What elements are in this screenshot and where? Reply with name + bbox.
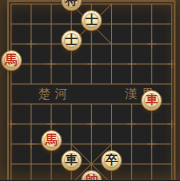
piece-black-advisor-1[interactable]: 士 [81, 10, 102, 31]
piece-red-horse-1[interactable]: 馬 [1, 50, 22, 71]
piece-label-red-horse-2: 馬 [45, 133, 58, 146]
piece-label-red-horse-1: 馬 [5, 53, 18, 66]
piece-label-red-general: 帥 [85, 173, 98, 180]
piece-red-chariot[interactable]: 車 [141, 90, 162, 111]
piece-label-black-advisor-2: 士 [65, 33, 78, 46]
piece-black-general[interactable]: 将 [61, 0, 82, 11]
pieces-layer: 将士士馬車馬車卒帥 [0, 0, 180, 180]
piece-label-red-chariot: 車 [145, 93, 158, 106]
piece-black-advisor-2[interactable]: 士 [61, 30, 82, 51]
piece-black-chariot[interactable]: 車 [61, 150, 82, 171]
piece-label-black-general: 将 [65, 0, 78, 6]
piece-red-horse-2[interactable]: 馬 [41, 130, 62, 151]
piece-label-black-chariot: 車 [65, 153, 78, 166]
piece-label-black-soldier: 卒 [105, 153, 118, 166]
xiangqi-board: 楚河 漢界 将士士馬車馬車卒帥 [0, 0, 180, 180]
piece-red-general[interactable]: 帥 [81, 170, 102, 181]
piece-black-soldier[interactable]: 卒 [101, 150, 122, 171]
piece-label-black-advisor-1: 士 [85, 13, 98, 26]
